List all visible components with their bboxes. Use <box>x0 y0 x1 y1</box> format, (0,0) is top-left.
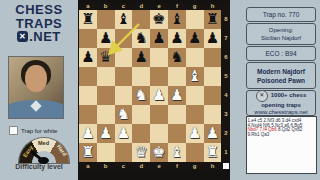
file-label-c: c <box>115 3 133 10</box>
square-d3 <box>132 105 150 124</box>
square-f7: ♟ <box>168 29 186 48</box>
square-e1: ♚ <box>150 143 168 162</box>
variation-line-2: Poisoned Pawn <box>247 76 315 85</box>
logo-line-3: ✕ .NET <box>3 30 75 44</box>
piece-black-q: ♛ <box>97 48 115 67</box>
move-list-text: 1.e4 c5 2.Nf3 d6 3.d4 cxd4 4.Nxd4 Nf6 5.… <box>247 117 313 138</box>
square-g8 <box>186 10 204 29</box>
move-list-box: 1.e4 c5 2.Nf3 d6 3.d4 cxd4 4.Nxd4 Nf6 5.… <box>246 116 317 174</box>
square-c6 <box>115 48 133 67</box>
square-a7 <box>79 29 97 48</box>
file-label-d: d <box>132 162 150 170</box>
square-f8: ♝ <box>168 10 186 29</box>
video-frame: CHESS TRAPS ✕ .NET Trap for white Easy M… <box>0 0 320 180</box>
opening-box: Opening: Sicilian Najdorf <box>246 23 316 45</box>
square-a3 <box>79 105 97 124</box>
square-f1: ♝ <box>168 143 186 162</box>
square-g2: ♟ <box>186 124 204 143</box>
opening-name: Sicilian Najdorf <box>247 34 315 42</box>
trap-number-text: Trap no. 770 <box>247 11 315 18</box>
square-a2: ♟ <box>79 124 97 143</box>
piece-white-p: ♟ <box>79 124 97 143</box>
piece-black-b: ♝ <box>115 10 133 29</box>
square-c7 <box>115 29 133 48</box>
square-a1: ♜ <box>79 143 97 162</box>
square-c4 <box>115 86 133 105</box>
piece-black-p: ♟ <box>97 29 115 48</box>
promo-line-1: 1000+ chess <box>271 92 307 100</box>
square-b5 <box>97 67 115 86</box>
left-sidebar: CHESS TRAPS ✕ .NET Trap for white Easy M… <box>0 0 78 180</box>
logo-line-2: TRAPS <box>3 17 75 31</box>
square-b4 <box>97 86 115 105</box>
move-list-seg-1: 1.e4 c5 2.Nf3 d6 3.d4 cxd4 4.Nxd4 Nf6 5.… <box>248 118 303 128</box>
piece-white-r: ♜ <box>204 143 222 162</box>
file-label-e: e <box>150 162 168 170</box>
file-label-g: g <box>186 162 204 170</box>
file-label-g: g <box>186 3 204 10</box>
piece-white-p: ♟ <box>97 124 115 143</box>
square-b7: ♟ <box>97 29 115 48</box>
gauge-med-label: Med <box>38 141 49 147</box>
promo-top-row: ✕ 1000+ chess <box>247 90 315 102</box>
piece-black-p: ♟ <box>79 48 97 67</box>
square-b8 <box>97 10 115 29</box>
square-e8: ♚ <box>150 10 168 29</box>
square-a6: ♟ <box>79 48 97 67</box>
square-b6: ♛ <box>97 48 115 67</box>
board-area: abcdefgh ♜♝♚♝♜♟♞♟♟♟♟♟♛♟♞♝♞♟♟♞♟♟♟♟♟♜♛♚♝♜ … <box>78 0 230 180</box>
piece-white-p: ♟ <box>186 124 204 143</box>
square-c8: ♝ <box>115 10 133 29</box>
square-g1 <box>186 143 204 162</box>
file-label-h: h <box>204 3 222 10</box>
trap-for-white-label: Trap for white <box>21 128 57 134</box>
square-a4 <box>79 86 97 105</box>
square-h2: ♟ <box>204 124 222 143</box>
trap-for-white-row: Trap for white <box>9 126 57 135</box>
traps-logo-icon: ✕ <box>256 90 268 102</box>
square-g6 <box>186 48 204 67</box>
square-e2 <box>150 124 168 143</box>
square-a5 <box>79 67 97 86</box>
square-e6 <box>150 48 168 67</box>
piece-black-n: ♞ <box>168 48 186 67</box>
piece-white-q: ♛ <box>132 143 150 162</box>
logo-x-icon: ✕ <box>17 31 28 42</box>
square-g7: ♟ <box>186 29 204 48</box>
square-e7: ♟ <box>150 29 168 48</box>
square-f4: ♟ <box>168 86 186 105</box>
difficulty-gauge: Easy Med Hard <box>13 138 75 164</box>
board-squares: ♜♝♚♝♜♟♞♟♟♟♟♟♛♟♞♝♞♟♟♞♟♟♟♟♟♜♛♚♝♜ <box>79 10 221 162</box>
piece-black-k: ♚ <box>150 10 168 29</box>
file-labels-top: abcdefgh <box>79 3 230 10</box>
square-c3: ♞ <box>115 105 133 124</box>
file-label-h: h <box>204 162 222 170</box>
piece-white-n: ♞ <box>115 105 133 124</box>
piece-white-k: ♚ <box>150 143 168 162</box>
square-b1 <box>97 143 115 162</box>
file-label-a: a <box>79 162 97 170</box>
square-d5 <box>132 67 150 86</box>
variation-box: Modern Najdorf Poisoned Pawn <box>246 62 316 89</box>
white-to-move-indicator <box>223 163 229 169</box>
square-h5 <box>204 67 222 86</box>
piece-black-p: ♟ <box>150 29 168 48</box>
square-f6: ♞ <box>168 48 186 67</box>
square-c1 <box>115 143 133 162</box>
square-e5 <box>150 67 168 86</box>
piece-black-p: ♟ <box>132 48 150 67</box>
eco-text: ECO : B94 <box>247 50 315 57</box>
piece-white-r: ♜ <box>79 143 97 162</box>
piece-black-r: ♜ <box>79 10 97 29</box>
piece-black-p: ♟ <box>204 29 222 48</box>
file-label-b: b <box>97 3 115 10</box>
promo-box: ✕ 1000+ chess opening traps www.chesstra… <box>246 90 316 116</box>
piece-white-b: ♝ <box>168 143 186 162</box>
piece-black-r: ♜ <box>204 10 222 29</box>
square-b2: ♟ <box>97 124 115 143</box>
square-h1: ♜ <box>204 143 222 162</box>
square-d2 <box>132 124 150 143</box>
file-labels-bottom: abcdefgh <box>79 162 230 170</box>
square-g5: ♝ <box>186 67 204 86</box>
square-e4: ♟ <box>150 86 168 105</box>
right-sidebar: Trap no. 770 Opening: Sicilian Najdorf E… <box>230 0 320 180</box>
file-label-b: b <box>97 162 115 170</box>
chesstraps-logo: CHESS TRAPS ✕ .NET <box>3 3 75 44</box>
player-photo <box>8 56 64 119</box>
square-g3 <box>186 105 204 124</box>
opening-label: Opening: <box>247 26 315 34</box>
square-h6 <box>204 48 222 67</box>
square-c2: ♟ <box>115 124 133 143</box>
piece-black-p: ♟ <box>186 29 204 48</box>
trap-for-white-checkbox[interactable] <box>9 126 18 135</box>
square-h4 <box>204 86 222 105</box>
square-h8: ♜ <box>204 10 222 29</box>
piece-white-n: ♞ <box>132 86 150 105</box>
file-label-f: f <box>168 3 186 10</box>
square-d8 <box>132 10 150 29</box>
piece-white-p: ♟ <box>204 124 222 143</box>
file-label-e: e <box>150 3 168 10</box>
square-h7: ♟ <box>204 29 222 48</box>
square-b3 <box>97 105 115 124</box>
piece-black-b: ♝ <box>168 10 186 29</box>
square-h3 <box>204 105 222 124</box>
eco-box: ECO : B94 <box>246 46 316 61</box>
square-f5 <box>168 67 186 86</box>
trap-number-box: Trap no. 770 <box>246 7 316 22</box>
square-d1: ♛ <box>132 143 150 162</box>
logo-net-text: .NET <box>29 30 61 44</box>
piece-black-p: ♟ <box>168 29 186 48</box>
photo-face <box>25 65 47 92</box>
file-label-c: c <box>115 162 133 170</box>
file-label-f: f <box>168 162 186 170</box>
square-d7: ♞ <box>132 29 150 48</box>
square-c5 <box>115 67 133 86</box>
piece-white-b: ♝ <box>186 67 204 86</box>
square-e3 <box>150 105 168 124</box>
square-g4 <box>186 86 204 105</box>
square-f3 <box>168 105 186 124</box>
piece-white-p: ♟ <box>115 124 133 143</box>
piece-white-p: ♟ <box>150 86 168 105</box>
logo-line-1: CHESS <box>3 3 75 17</box>
piece-black-n: ♞ <box>132 29 150 48</box>
square-d6: ♟ <box>132 48 150 67</box>
square-d4: ♞ <box>132 86 150 105</box>
variation-line-1: Modern Najdorf <box>247 67 315 76</box>
square-f2 <box>168 124 186 143</box>
piece-white-p: ♟ <box>168 86 186 105</box>
file-label-d: d <box>132 3 150 10</box>
file-label-a: a <box>79 3 97 10</box>
difficulty-level-label: Difficulty level <box>2 163 76 170</box>
square-a8: ♜ <box>79 10 97 29</box>
promo-line-2: opening traps <box>247 102 315 110</box>
